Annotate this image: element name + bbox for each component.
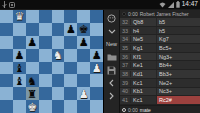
signal-icon <box>168 2 174 8</box>
square-c5[interactable] <box>26 49 39 62</box>
black-move[interactable]: h5 <box>157 27 200 35</box>
white-move[interactable]: Kd1 <box>131 70 157 78</box>
move-number: 39 <box>120 80 131 86</box>
black-pawn-piece: ♟ <box>14 49 24 61</box>
square-e7[interactable] <box>52 23 65 36</box>
square-f1[interactable] <box>64 100 77 113</box>
square-d2[interactable] <box>39 87 52 100</box>
move-number: 36 <box>120 54 131 60</box>
notification-icon <box>9 2 15 8</box>
chevron-right-icon[interactable] <box>105 91 118 101</box>
black-rook-piece: ♜ <box>27 88 37 100</box>
folder-icon[interactable] <box>105 52 118 62</box>
move-row: 39Kc1Ne2+ <box>120 79 200 88</box>
square-d4[interactable] <box>39 62 52 75</box>
square-e4[interactable] <box>52 62 65 75</box>
black-move[interactable]: Ne2+ <box>157 79 200 87</box>
square-d6[interactable] <box>39 36 52 49</box>
white-move[interactable]: Ke1 <box>131 61 157 69</box>
move-rows: 32Qb8b533h4h534Ne5Kg735Kg1Bc5+36Kf1Ng3+3… <box>120 18 200 105</box>
square-g2[interactable]: ♟ <box>77 87 90 100</box>
move-number: 33 <box>120 28 131 34</box>
square-d3[interactable] <box>39 74 52 87</box>
black-pawn-piece: ♟ <box>92 49 102 61</box>
square-e2[interactable] <box>52 87 65 100</box>
black-move[interactable]: Nc3+ <box>157 88 200 96</box>
wifi-icon <box>159 2 166 8</box>
usb-icon <box>2 1 7 8</box>
square-a6[interactable] <box>0 36 13 49</box>
square-b3[interactable]: ♝ <box>13 74 26 87</box>
new-game-button[interactable]: New <box>105 39 118 49</box>
square-h3[interactable] <box>90 74 103 87</box>
square-b8[interactable]: ♛ <box>13 10 26 23</box>
square-c1[interactable]: ♚ <box>26 100 39 113</box>
square-g7[interactable]: ♚ <box>77 23 90 36</box>
white-pawn-piece: ♟ <box>79 88 89 100</box>
square-a8[interactable] <box>0 10 13 23</box>
move-number: 38 <box>120 71 131 77</box>
square-h7[interactable] <box>90 23 103 36</box>
white-move[interactable]: Kc1 <box>131 96 157 104</box>
black-move[interactable]: Rc2# <box>157 96 200 104</box>
square-g8[interactable] <box>77 10 90 23</box>
square-h2[interactable] <box>90 87 103 100</box>
square-f4[interactable] <box>64 62 77 75</box>
move-number: 32 <box>120 19 131 25</box>
square-a1[interactable] <box>0 100 13 113</box>
black-move[interactable]: Bc5+ <box>157 44 200 52</box>
square-c8[interactable] <box>26 10 39 23</box>
square-f3[interactable] <box>64 74 77 87</box>
move-number: 35 <box>120 45 131 51</box>
black-pawn-piece: ♟ <box>79 36 89 48</box>
square-e8[interactable] <box>52 10 65 23</box>
black-move[interactable]: b5 <box>157 18 200 26</box>
move-row: 36Kf1Ng3+ <box>120 53 200 62</box>
square-g3[interactable] <box>77 74 90 87</box>
save-icon[interactable] <box>105 65 118 75</box>
black-move[interactable]: Ng3+ <box>157 53 200 61</box>
white-move[interactable]: Kf1 <box>131 53 157 61</box>
square-h5[interactable]: ♟ <box>90 49 103 62</box>
chevron-down-icon[interactable] <box>105 26 118 36</box>
black-move[interactable]: Bb3+ <box>157 70 200 78</box>
engine-face-icon[interactable] <box>105 13 118 23</box>
square-e1[interactable] <box>52 100 65 113</box>
black-move[interactable]: Bb4+ <box>157 61 200 69</box>
move-list-header: 0:00 Robert James Fischer <box>120 10 200 18</box>
square-h6[interactable] <box>90 36 103 49</box>
move-number: 40 <box>120 88 131 94</box>
square-g1[interactable] <box>77 100 90 113</box>
black-bishop-piece: ♝ <box>14 62 24 74</box>
move-row: 35Kg1Bc5+ <box>120 44 200 53</box>
square-g4[interactable] <box>77 62 90 75</box>
square-h1[interactable] <box>90 100 103 113</box>
white-move[interactable]: Kc1 <box>131 79 157 87</box>
square-b5[interactable]: ♟ <box>13 49 26 62</box>
square-a2[interactable] <box>0 87 13 100</box>
square-a4[interactable] <box>0 62 13 75</box>
white-king-piece: ♚ <box>27 101 37 113</box>
white-queen-piece: ♛ <box>14 10 24 22</box>
move-number: 34 <box>120 36 131 42</box>
move-list-panel: 0:00 Robert James Fischer 32Qb8b533h4h53… <box>120 10 200 113</box>
square-b1[interactable] <box>13 100 26 113</box>
white-knight-piece: ♞ <box>53 49 63 61</box>
square-e3[interactable] <box>52 74 65 87</box>
square-b7[interactable] <box>13 23 26 36</box>
white-move[interactable]: Ne5 <box>131 35 157 43</box>
square-e6[interactable] <box>52 36 65 49</box>
square-d7[interactable] <box>39 23 52 36</box>
toolbar: New <box>103 10 120 113</box>
square-d8[interactable] <box>39 10 52 23</box>
square-f6[interactable] <box>64 36 77 49</box>
black-king-piece: ♚ <box>79 23 89 35</box>
battery-icon <box>176 1 180 8</box>
clock-time: 14:47 <box>182 1 198 8</box>
square-b6[interactable] <box>13 36 26 49</box>
black-knight-piece: ♞ <box>27 75 37 87</box>
square-f7[interactable]: ♟ <box>64 23 77 36</box>
square-b4[interactable]: ♝ <box>13 62 26 75</box>
square-e5[interactable]: ♞ <box>52 49 65 62</box>
square-f5[interactable] <box>64 49 77 62</box>
white-side-icon <box>122 108 126 112</box>
square-d5[interactable] <box>39 49 52 62</box>
black-player-name: Robert James Fischer <box>140 11 189 17</box>
move-row: 41Kc1Rc2# <box>120 96 200 105</box>
square-c6[interactable]: ♟ <box>26 36 39 49</box>
white-move[interactable]: Qb8 <box>131 18 157 26</box>
black-move[interactable]: Kg7 <box>157 35 200 43</box>
move-row: 34Ne5Kg7 <box>120 35 200 44</box>
square-a3[interactable] <box>0 74 13 87</box>
white-move[interactable]: Kg1 <box>131 44 157 52</box>
square-f2[interactable] <box>64 87 77 100</box>
black-clock: 0:00 <box>128 11 138 17</box>
move-row: 32Qb8b5 <box>120 18 200 27</box>
square-h4[interactable]: ♟ <box>90 62 103 75</box>
move-row: 37Ke1Bb4+ <box>120 61 200 70</box>
white-move[interactable]: Kb1 <box>131 88 157 96</box>
square-a5[interactable] <box>0 49 13 62</box>
move-number: 37 <box>120 62 131 68</box>
square-c3[interactable]: ♞ <box>26 74 39 87</box>
square-g6[interactable]: ♟ <box>77 36 90 49</box>
square-c7[interactable] <box>26 23 39 36</box>
square-c4[interactable] <box>26 62 39 75</box>
move-row: 40Kb1Nc3+ <box>120 88 200 97</box>
status-bar: 14:47 <box>0 0 200 10</box>
black-pawn-piece: ♟ <box>66 23 76 35</box>
app-window: 14:47 ♛♟♚♟♟♟♞♟♝♟♝♞♜♟♚ New <box>0 0 200 113</box>
square-f8[interactable] <box>64 10 77 23</box>
square-a7[interactable] <box>0 23 13 36</box>
engine-status: mate <box>140 107 151 113</box>
chess-board[interactable]: ♛♟♚♟♟♟♞♟♝♟♝♞♜♟♚ <box>0 10 103 113</box>
black-side-icon <box>122 12 126 16</box>
square-h8[interactable] <box>90 10 103 23</box>
square-b2[interactable] <box>13 87 26 100</box>
square-g5[interactable] <box>77 49 90 62</box>
chevron-left-icon[interactable] <box>105 78 118 88</box>
move-row: 33h4h5 <box>120 27 200 36</box>
move-row: 38Kd1Bb3+ <box>120 70 200 79</box>
white-clock: 0:00 <box>128 107 138 113</box>
black-bishop-piece: ♝ <box>14 75 24 87</box>
white-pawn-piece: ♟ <box>92 62 102 74</box>
move-number: 41 <box>120 97 131 103</box>
engine-status-bar: 0:00 mate <box>120 105 200 113</box>
square-c2[interactable]: ♜ <box>26 87 39 100</box>
black-pawn-piece: ♟ <box>27 36 37 48</box>
white-move[interactable]: h4 <box>131 27 157 35</box>
square-d1[interactable] <box>39 100 52 113</box>
